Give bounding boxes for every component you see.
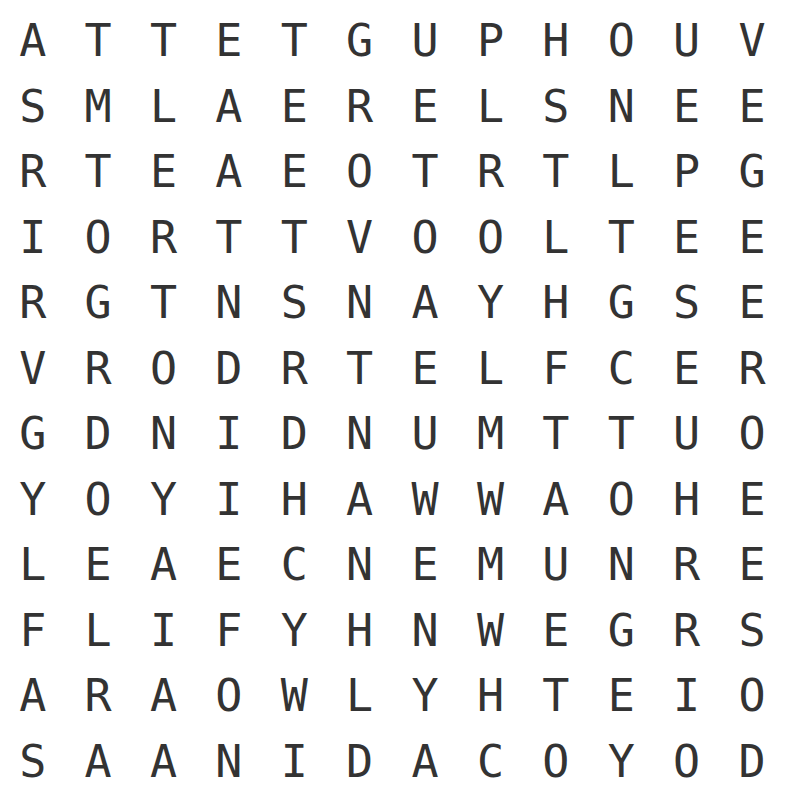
grid-cell-r6c6[interactable]: T <box>327 336 392 402</box>
grid-cell-r8c12[interactable]: E <box>719 467 784 533</box>
grid-cell-r8c1[interactable]: Y <box>0 467 65 533</box>
grid-cell-r6c5[interactable]: R <box>262 336 327 402</box>
grid-cell-r11c12[interactable]: O <box>719 663 784 729</box>
grid-cell-r8c4[interactable]: I <box>196 467 261 533</box>
grid-cell-r12c3[interactable]: A <box>131 729 196 795</box>
grid-cell-r8c6[interactable]: A <box>327 467 392 533</box>
grid-cell-r1c7[interactable]: U <box>392 8 457 74</box>
grid-cell-r7c1[interactable]: G <box>0 401 65 467</box>
grid-cell-r4c3[interactable]: R <box>131 205 196 271</box>
grid-cell-r5c12[interactable]: E <box>719 270 784 336</box>
grid-cell-r9c9[interactable]: U <box>523 532 588 598</box>
grid-cell-r7c7[interactable]: U <box>392 401 457 467</box>
grid-cell-r8c2[interactable]: O <box>65 467 130 533</box>
grid-cell-r11c9[interactable]: T <box>523 663 588 729</box>
grid-cell-r6c11[interactable]: E <box>654 336 719 402</box>
grid-cell-r2c5[interactable]: E <box>262 74 327 140</box>
grid-cell-r5c2[interactable]: G <box>65 270 130 336</box>
word-search-page: ATTETGUPHOUVSMLAERELSNEERTEAEOTRTLPGIORT… <box>0 0 800 806</box>
grid-cell-r3c2[interactable]: T <box>65 139 130 205</box>
grid-cell-r2c11[interactable]: E <box>654 74 719 140</box>
grid-cell-r3c6[interactable]: O <box>327 139 392 205</box>
grid-cell-r10c9[interactable]: E <box>523 598 588 664</box>
grid-cell-r10c10[interactable]: G <box>589 598 654 664</box>
grid-cell-r1c6[interactable]: G <box>327 8 392 74</box>
grid-cell-r12c7[interactable]: A <box>392 729 457 795</box>
grid-cell-r4c4[interactable]: T <box>196 205 261 271</box>
grid-cell-r1c2[interactable]: T <box>65 8 130 74</box>
grid-cell-r6c12[interactable]: R <box>719 336 784 402</box>
grid-cell-r6c1[interactable]: V <box>0 336 65 402</box>
grid-cell-r6c4[interactable]: D <box>196 336 261 402</box>
grid-cell-r6c3[interactable]: O <box>131 336 196 402</box>
grid-cell-r12c10[interactable]: Y <box>589 729 654 795</box>
grid-cell-r1c4[interactable]: E <box>196 8 261 74</box>
grid-cell-r9c2[interactable]: E <box>65 532 130 598</box>
grid-cell-r9c8[interactable]: M <box>458 532 523 598</box>
grid-cell-r12c4[interactable]: N <box>196 729 261 795</box>
grid-cell-r11c2[interactable]: R <box>65 663 130 729</box>
grid-cell-r9c11[interactable]: R <box>654 532 719 598</box>
grid-cell-r11c10[interactable]: E <box>589 663 654 729</box>
grid-cell-r9c3[interactable]: A <box>131 532 196 598</box>
grid-cell-r7c8[interactable]: M <box>458 401 523 467</box>
grid-cell-r6c10[interactable]: C <box>589 336 654 402</box>
grid-cell-r11c5[interactable]: W <box>262 663 327 729</box>
grid-cell-r9c4[interactable]: E <box>196 532 261 598</box>
grid-cell-r5c9[interactable]: H <box>523 270 588 336</box>
grid-cell-r7c2[interactable]: D <box>65 401 130 467</box>
grid-cell-r8c5[interactable]: H <box>262 467 327 533</box>
grid-cell-r12c1[interactable]: S <box>0 729 65 795</box>
grid-cell-r5c4[interactable]: N <box>196 270 261 336</box>
grid-cell-r7c9[interactable]: T <box>523 401 588 467</box>
grid-cell-r4c5[interactable]: T <box>262 205 327 271</box>
grid-cell-r9c10[interactable]: N <box>589 532 654 598</box>
grid-cell-r7c4[interactable]: I <box>196 401 261 467</box>
grid-cell-r7c5[interactable]: D <box>262 401 327 467</box>
grid-cell-r4c12[interactable]: E <box>719 205 784 271</box>
grid-cell-r3c3[interactable]: E <box>131 139 196 205</box>
grid-cell-r10c11[interactable]: R <box>654 598 719 664</box>
grid-cell-r2c9[interactable]: S <box>523 74 588 140</box>
grid-cell-r4c8[interactable]: O <box>458 205 523 271</box>
grid-cell-r10c12[interactable]: S <box>719 598 784 664</box>
grid-cell-r5c11[interactable]: S <box>654 270 719 336</box>
grid-cell-r8c3[interactable]: Y <box>131 467 196 533</box>
grid-cell-r10c2[interactable]: L <box>65 598 130 664</box>
grid-cell-r8c10[interactable]: O <box>589 467 654 533</box>
grid-cell-r12c5[interactable]: I <box>262 729 327 795</box>
grid-cell-r9c1[interactable]: L <box>0 532 65 598</box>
grid-cell-r7c6[interactable]: N <box>327 401 392 467</box>
grid-cell-r3c4[interactable]: A <box>196 139 261 205</box>
grid-cell-r6c8[interactable]: L <box>458 336 523 402</box>
grid-cell-r3c12[interactable]: G <box>719 139 784 205</box>
grid-cell-r12c8[interactable]: C <box>458 729 523 795</box>
grid-cell-r2c6[interactable]: R <box>327 74 392 140</box>
grid-cell-r5c1[interactable]: R <box>0 270 65 336</box>
grid-cell-r1c12[interactable]: V <box>719 8 784 74</box>
grid-cell-r6c7[interactable]: E <box>392 336 457 402</box>
grid-cell-r3c7[interactable]: T <box>392 139 457 205</box>
grid-cell-r2c3[interactable]: L <box>131 74 196 140</box>
grid-cell-r4c11[interactable]: E <box>654 205 719 271</box>
grid-cell-r7c12[interactable]: O <box>719 401 784 467</box>
grid-cell-r5c5[interactable]: S <box>262 270 327 336</box>
grid-cell-r1c3[interactable]: T <box>131 8 196 74</box>
grid-cell-r2c1[interactable]: S <box>0 74 65 140</box>
grid-cell-r2c8[interactable]: L <box>458 74 523 140</box>
grid-cell-r6c9[interactable]: F <box>523 336 588 402</box>
grid-cell-r3c5[interactable]: E <box>262 139 327 205</box>
grid-cell-r5c6[interactable]: N <box>327 270 392 336</box>
grid-cell-r8c7[interactable]: W <box>392 467 457 533</box>
word-search-grid: ATTETGUPHOUVSMLAERELSNEERTEAEOTRTLPGIORT… <box>0 0 800 794</box>
grid-cell-r5c7[interactable]: A <box>392 270 457 336</box>
grid-cell-r11c7[interactable]: Y <box>392 663 457 729</box>
grid-cell-r5c10[interactable]: G <box>589 270 654 336</box>
grid-cell-r12c12[interactable]: D <box>719 729 784 795</box>
grid-cell-r1c11[interactable]: U <box>654 8 719 74</box>
grid-cell-r5c3[interactable]: T <box>131 270 196 336</box>
grid-cell-r11c11[interactable]: I <box>654 663 719 729</box>
grid-cell-r1c10[interactable]: O <box>589 8 654 74</box>
grid-cell-r8c11[interactable]: H <box>654 467 719 533</box>
grid-cell-r1c8[interactable]: P <box>458 8 523 74</box>
grid-cell-r3c9[interactable]: T <box>523 139 588 205</box>
grid-cell-r9c5[interactable]: C <box>262 532 327 598</box>
grid-cell-r4c7[interactable]: O <box>392 205 457 271</box>
grid-cell-r9c6[interactable]: N <box>327 532 392 598</box>
grid-cell-r11c3[interactable]: A <box>131 663 196 729</box>
grid-cell-r10c4[interactable]: F <box>196 598 261 664</box>
grid-cell-r4c10[interactable]: T <box>589 205 654 271</box>
grid-cell-r8c9[interactable]: A <box>523 467 588 533</box>
grid-cell-r1c5[interactable]: T <box>262 8 327 74</box>
grid-cell-r2c7[interactable]: E <box>392 74 457 140</box>
grid-cell-r10c8[interactable]: W <box>458 598 523 664</box>
grid-cell-r3c11[interactable]: P <box>654 139 719 205</box>
grid-cell-r3c10[interactable]: L <box>589 139 654 205</box>
grid-cell-r4c6[interactable]: V <box>327 205 392 271</box>
grid-cell-r5c8[interactable]: Y <box>458 270 523 336</box>
grid-cell-r10c6[interactable]: H <box>327 598 392 664</box>
grid-cell-r2c12[interactable]: E <box>719 74 784 140</box>
grid-cell-r9c12[interactable]: E <box>719 532 784 598</box>
grid-cell-r11c8[interactable]: H <box>458 663 523 729</box>
grid-cell-r12c2[interactable]: A <box>65 729 130 795</box>
grid-cell-r10c1[interactable]: F <box>0 598 65 664</box>
grid-cell-r7c11[interactable]: U <box>654 401 719 467</box>
grid-cell-r1c9[interactable]: H <box>523 8 588 74</box>
grid-cell-r9c7[interactable]: E <box>392 532 457 598</box>
grid-cell-r11c6[interactable]: L <box>327 663 392 729</box>
grid-cell-r6c2[interactable]: R <box>65 336 130 402</box>
grid-cell-r10c5[interactable]: Y <box>262 598 327 664</box>
grid-cell-r2c2[interactable]: M <box>65 74 130 140</box>
grid-cell-r12c6[interactable]: D <box>327 729 392 795</box>
grid-cell-r3c1[interactable]: R <box>0 139 65 205</box>
grid-cell-r2c4[interactable]: A <box>196 74 261 140</box>
grid-cell-r10c3[interactable]: I <box>131 598 196 664</box>
grid-cell-r10c7[interactable]: N <box>392 598 457 664</box>
grid-cell-r1c1[interactable]: A <box>0 8 65 74</box>
grid-cell-r7c3[interactable]: N <box>131 401 196 467</box>
grid-cell-r12c11[interactable]: O <box>654 729 719 795</box>
grid-cell-r4c9[interactable]: L <box>523 205 588 271</box>
grid-cell-r4c2[interactable]: O <box>65 205 130 271</box>
grid-cell-r2c10[interactable]: N <box>589 74 654 140</box>
grid-cell-r3c8[interactable]: R <box>458 139 523 205</box>
grid-cell-r4c1[interactable]: I <box>0 205 65 271</box>
grid-cell-r7c10[interactable]: T <box>589 401 654 467</box>
grid-cell-r8c8[interactable]: W <box>458 467 523 533</box>
grid-cell-r11c4[interactable]: O <box>196 663 261 729</box>
grid-cell-r11c1[interactable]: A <box>0 663 65 729</box>
grid-cell-r12c9[interactable]: O <box>523 729 588 795</box>
